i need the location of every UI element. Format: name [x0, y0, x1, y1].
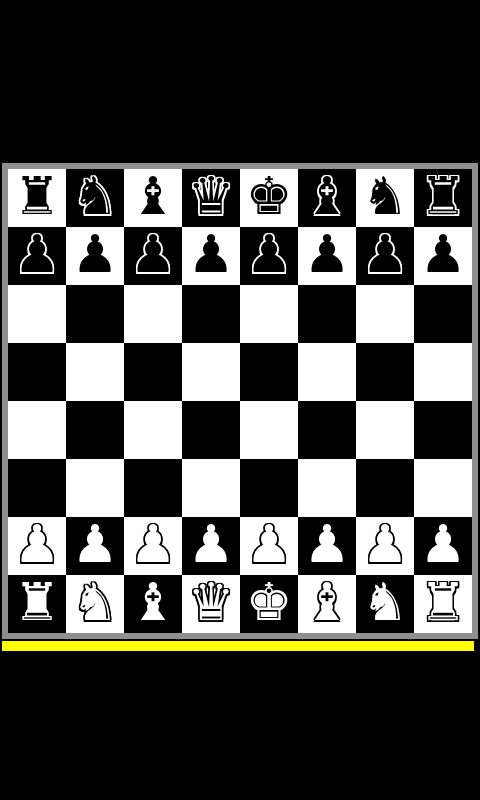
square-g1[interactable]: ♞ — [356, 575, 414, 633]
square-f3[interactable] — [298, 459, 356, 517]
piece-black-pawn[interactable]: ♟ — [72, 227, 119, 283]
square-f5[interactable] — [298, 343, 356, 401]
square-f6[interactable] — [298, 285, 356, 343]
square-h3[interactable] — [414, 459, 472, 517]
square-b2[interactable]: ♟ — [66, 517, 124, 575]
piece-white-rook[interactable]: ♜ — [420, 575, 467, 631]
square-e5[interactable] — [240, 343, 298, 401]
square-c6[interactable] — [124, 285, 182, 343]
piece-white-queen[interactable]: ♛ — [188, 575, 235, 631]
square-c5[interactable] — [124, 343, 182, 401]
piece-black-pawn[interactable]: ♟ — [14, 227, 61, 283]
square-a6[interactable] — [8, 285, 66, 343]
piece-black-bishop[interactable]: ♝ — [304, 169, 351, 225]
piece-black-rook[interactable]: ♜ — [420, 169, 467, 225]
piece-white-pawn[interactable]: ♟ — [246, 517, 293, 573]
square-d6[interactable] — [182, 285, 240, 343]
square-d2[interactable]: ♟ — [182, 517, 240, 575]
square-d4[interactable] — [182, 401, 240, 459]
board-frame: ♜♞♝♛♚♝♞♜♟♟♟♟♟♟♟♟♟♟♟♟♟♟♟♟♜♞♝♛♚♝♞♜ — [2, 163, 478, 639]
square-h4[interactable] — [414, 401, 472, 459]
square-c2[interactable]: ♟ — [124, 517, 182, 575]
square-f8[interactable]: ♝ — [298, 169, 356, 227]
square-e3[interactable] — [240, 459, 298, 517]
piece-black-queen[interactable]: ♛ — [188, 169, 235, 225]
piece-black-pawn[interactable]: ♟ — [420, 227, 467, 283]
square-a7[interactable]: ♟ — [8, 227, 66, 285]
piece-black-pawn[interactable]: ♟ — [130, 227, 177, 283]
square-g3[interactable] — [356, 459, 414, 517]
piece-white-pawn[interactable]: ♟ — [188, 517, 235, 573]
piece-black-king[interactable]: ♚ — [246, 169, 293, 225]
piece-white-knight[interactable]: ♞ — [72, 575, 119, 631]
piece-black-pawn[interactable]: ♟ — [362, 227, 409, 283]
square-b6[interactable] — [66, 285, 124, 343]
square-h8[interactable]: ♜ — [414, 169, 472, 227]
square-f2[interactable]: ♟ — [298, 517, 356, 575]
square-b5[interactable] — [66, 343, 124, 401]
square-f7[interactable]: ♟ — [298, 227, 356, 285]
square-c1[interactable]: ♝ — [124, 575, 182, 633]
square-e4[interactable] — [240, 401, 298, 459]
piece-white-pawn[interactable]: ♟ — [304, 517, 351, 573]
piece-white-pawn[interactable]: ♟ — [14, 517, 61, 573]
square-b4[interactable] — [66, 401, 124, 459]
square-b3[interactable] — [66, 459, 124, 517]
square-d8[interactable]: ♛ — [182, 169, 240, 227]
square-a5[interactable] — [8, 343, 66, 401]
piece-white-rook[interactable]: ♜ — [14, 575, 61, 631]
piece-white-king[interactable]: ♚ — [246, 575, 293, 631]
square-e7[interactable]: ♟ — [240, 227, 298, 285]
square-h1[interactable]: ♜ — [414, 575, 472, 633]
piece-white-bishop[interactable]: ♝ — [130, 575, 177, 631]
piece-white-pawn[interactable]: ♟ — [72, 517, 119, 573]
square-f4[interactable] — [298, 401, 356, 459]
square-b7[interactable]: ♟ — [66, 227, 124, 285]
square-d7[interactable]: ♟ — [182, 227, 240, 285]
piece-white-knight[interactable]: ♞ — [362, 575, 409, 631]
square-h5[interactable] — [414, 343, 472, 401]
square-b8[interactable]: ♞ — [66, 169, 124, 227]
square-h2[interactable]: ♟ — [414, 517, 472, 575]
square-e8[interactable]: ♚ — [240, 169, 298, 227]
square-a8[interactable]: ♜ — [8, 169, 66, 227]
piece-white-bishop[interactable]: ♝ — [304, 575, 351, 631]
square-g2[interactable]: ♟ — [356, 517, 414, 575]
square-g4[interactable] — [356, 401, 414, 459]
square-g6[interactable] — [356, 285, 414, 343]
square-d3[interactable] — [182, 459, 240, 517]
piece-white-pawn[interactable]: ♟ — [420, 517, 467, 573]
square-c3[interactable] — [124, 459, 182, 517]
piece-black-knight[interactable]: ♞ — [362, 169, 409, 225]
square-a1[interactable]: ♜ — [8, 575, 66, 633]
piece-black-rook[interactable]: ♜ — [14, 169, 61, 225]
piece-white-pawn[interactable]: ♟ — [362, 517, 409, 573]
square-d5[interactable] — [182, 343, 240, 401]
square-d1[interactable]: ♛ — [182, 575, 240, 633]
square-b1[interactable]: ♞ — [66, 575, 124, 633]
square-h6[interactable] — [414, 285, 472, 343]
square-a4[interactable] — [8, 401, 66, 459]
app-screen: ♜♞♝♛♚♝♞♜♟♟♟♟♟♟♟♟♟♟♟♟♟♟♟♟♜♞♝♛♚♝♞♜ — [0, 0, 480, 800]
square-a3[interactable] — [8, 459, 66, 517]
chess-board[interactable]: ♜♞♝♛♚♝♞♜♟♟♟♟♟♟♟♟♟♟♟♟♟♟♟♟♜♞♝♛♚♝♞♜ — [8, 169, 472, 633]
square-e2[interactable]: ♟ — [240, 517, 298, 575]
square-g5[interactable] — [356, 343, 414, 401]
square-c4[interactable] — [124, 401, 182, 459]
square-e1[interactable]: ♚ — [240, 575, 298, 633]
piece-black-pawn[interactable]: ♟ — [188, 227, 235, 283]
square-g7[interactable]: ♟ — [356, 227, 414, 285]
square-e6[interactable] — [240, 285, 298, 343]
turn-indicator-bar — [2, 641, 474, 651]
square-g8[interactable]: ♞ — [356, 169, 414, 227]
piece-black-knight[interactable]: ♞ — [72, 169, 119, 225]
square-c7[interactable]: ♟ — [124, 227, 182, 285]
square-f1[interactable]: ♝ — [298, 575, 356, 633]
square-c8[interactable]: ♝ — [124, 169, 182, 227]
square-a2[interactable]: ♟ — [8, 517, 66, 575]
square-h7[interactable]: ♟ — [414, 227, 472, 285]
piece-black-pawn[interactable]: ♟ — [304, 227, 351, 283]
piece-white-pawn[interactable]: ♟ — [130, 517, 177, 573]
piece-black-pawn[interactable]: ♟ — [246, 227, 293, 283]
piece-black-bishop[interactable]: ♝ — [130, 169, 177, 225]
